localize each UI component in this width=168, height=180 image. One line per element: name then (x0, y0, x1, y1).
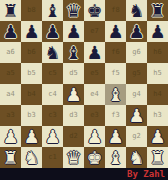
square-e4[interactable]: e4 (84, 84, 105, 105)
square-d8[interactable]: ♛ (63, 0, 84, 21)
square-c1[interactable]: c1 (42, 147, 63, 168)
piece-black-rook[interactable]: ♜ (2, 0, 18, 21)
square-a8[interactable]: ♜ (0, 0, 21, 21)
square-label-c5: c5 (48, 70, 56, 77)
piece-white-pawn[interactable]: ♟ (65, 84, 81, 105)
square-f8[interactable]: f8 (105, 0, 126, 21)
square-g6[interactable]: g6 (126, 42, 147, 63)
square-d4[interactable]: ♟ (63, 84, 84, 105)
piece-black-bishop[interactable]: ♝ (65, 42, 81, 63)
square-a3[interactable]: a3 (0, 105, 21, 126)
square-c3[interactable]: c3 (42, 105, 63, 126)
square-e8[interactable]: ♚ (84, 0, 105, 21)
square-label-a3: a3 (6, 112, 14, 119)
square-label-a5: a5 (6, 70, 14, 77)
square-f6[interactable]: f6 (105, 42, 126, 63)
square-b6[interactable]: b6 (21, 42, 42, 63)
square-d2[interactable]: d2 (63, 126, 84, 147)
square-g2[interactable]: g2 (126, 126, 147, 147)
square-label-b5: b5 (27, 70, 35, 77)
square-label-f5: f5 (111, 70, 119, 77)
square-h8[interactable]: ♜ (147, 0, 168, 21)
piece-white-rook[interactable]: ♜ (2, 147, 18, 168)
piece-white-pawn[interactable]: ♟ (23, 126, 39, 147)
square-label-c3: c3 (48, 112, 56, 119)
square-label-f3: f3 (111, 112, 119, 119)
piece-white-pawn[interactable]: ♟ (128, 105, 144, 126)
square-c6[interactable]: ♞ (42, 42, 63, 63)
piece-black-pawn[interactable]: ♟ (86, 42, 102, 63)
square-d6[interactable]: ♝ (63, 42, 84, 63)
square-d3[interactable]: d3 (63, 105, 84, 126)
square-b1[interactable]: ♞ (21, 147, 42, 168)
square-c8[interactable]: ♝ (42, 0, 63, 21)
square-h3[interactable]: h3 (147, 105, 168, 126)
piece-white-king[interactable]: ♚ (86, 147, 102, 168)
piece-black-pawn[interactable]: ♟ (2, 21, 18, 42)
square-label-e4: e4 (90, 91, 98, 98)
square-h6[interactable]: h6 (147, 42, 168, 63)
piece-black-pawn[interactable]: ♟ (107, 21, 123, 42)
piece-white-bishop[interactable]: ♝ (107, 147, 123, 168)
piece-white-pawn[interactable]: ♟ (107, 126, 123, 147)
square-b2[interactable]: ♟ (21, 126, 42, 147)
piece-black-knight[interactable]: ♞ (128, 0, 144, 21)
square-label-c4: c4 (48, 91, 56, 98)
square-e7[interactable]: e7 (84, 21, 105, 42)
square-g5[interactable]: g5 (126, 63, 147, 84)
square-label-f8: f8 (111, 7, 119, 14)
square-g7[interactable]: ♟ (126, 21, 147, 42)
square-d5[interactable]: d5 (63, 63, 84, 84)
square-label-h5: h5 (153, 70, 161, 77)
piece-white-queen[interactable]: ♛ (65, 147, 81, 168)
square-h5[interactable]: h5 (147, 63, 168, 84)
square-label-b3: b3 (27, 112, 35, 119)
square-h4[interactable]: h4 (147, 84, 168, 105)
piece-black-queen[interactable]: ♛ (65, 0, 81, 21)
square-c7[interactable]: ♟ (42, 21, 63, 42)
piece-white-pawn[interactable]: ♟ (149, 126, 165, 147)
square-f2[interactable]: ♟ (105, 126, 126, 147)
square-g3[interactable]: ♟ (126, 105, 147, 126)
square-label-g2: g2 (132, 133, 140, 140)
square-f3[interactable]: f3 (105, 105, 126, 126)
square-b5[interactable]: b5 (21, 63, 42, 84)
square-label-d5: d5 (69, 70, 77, 77)
square-label-c1: c1 (48, 154, 56, 161)
piece-white-pawn[interactable]: ♟ (2, 126, 18, 147)
square-a5[interactable]: a5 (0, 63, 21, 84)
square-label-h4: h4 (153, 91, 161, 98)
chess-app-screen: ♜b8♝♛♚f8♞♜♟♟♟♟e7♟♟♟a6b6♞♝♟f6g6h6a5b5c5d5… (0, 0, 168, 180)
square-h7[interactable]: ♟ (147, 21, 168, 42)
square-b7[interactable]: ♟ (21, 21, 42, 42)
square-label-g4: g4 (132, 91, 140, 98)
piece-black-pawn[interactable]: ♟ (149, 21, 165, 42)
square-e3[interactable]: e3 (84, 105, 105, 126)
square-label-b8: b8 (27, 7, 35, 14)
piece-black-rook[interactable]: ♜ (149, 0, 165, 21)
square-label-f6: f6 (111, 49, 119, 56)
piece-white-knight[interactable]: ♞ (23, 147, 39, 168)
square-h1[interactable]: ♜ (147, 147, 168, 168)
square-a6[interactable]: a6 (0, 42, 21, 63)
piece-black-knight[interactable]: ♞ (44, 42, 60, 63)
square-f1[interactable]: ♝ (105, 147, 126, 168)
piece-black-pawn[interactable]: ♟ (44, 21, 60, 42)
piece-white-pawn[interactable]: ♟ (44, 126, 60, 147)
piece-black-bishop[interactable]: ♝ (44, 0, 60, 21)
credit-text: By Zahl (127, 168, 165, 180)
square-label-g5: g5 (132, 70, 140, 77)
square-a7[interactable]: ♟ (0, 21, 21, 42)
square-b4[interactable]: b4 (21, 84, 42, 105)
square-e6[interactable]: ♟ (84, 42, 105, 63)
square-e5[interactable]: e5 (84, 63, 105, 84)
square-a2[interactable]: ♟ (0, 126, 21, 147)
square-label-h3: h3 (153, 112, 161, 119)
square-g8[interactable]: ♞ (126, 0, 147, 21)
square-label-e3: e3 (90, 112, 98, 119)
piece-white-knight[interactable]: ♞ (128, 147, 144, 168)
square-d7[interactable]: ♟ (63, 21, 84, 42)
square-a4[interactable]: a4 (0, 84, 21, 105)
square-label-b4: b4 (27, 91, 35, 98)
square-g1[interactable]: ♞ (126, 147, 147, 168)
square-label-e7: e7 (90, 28, 98, 35)
piece-white-bishop[interactable]: ♝ (107, 84, 123, 105)
square-label-h6: h6 (153, 49, 161, 56)
piece-white-rook[interactable]: ♜ (149, 147, 165, 168)
board: ♜b8♝♛♚f8♞♜♟♟♟♟e7♟♟♟a6b6♞♝♟f6g6h6a5b5c5d5… (0, 0, 168, 168)
piece-black-pawn[interactable]: ♟ (65, 21, 81, 42)
square-f4[interactable]: ♝ (105, 84, 126, 105)
square-g4[interactable]: g4 (126, 84, 147, 105)
square-f5[interactable]: f5 (105, 63, 126, 84)
square-label-b6: b6 (27, 49, 35, 56)
square-label-d3: d3 (69, 112, 77, 119)
square-label-d2: d2 (69, 133, 77, 140)
square-c5[interactable]: c5 (42, 63, 63, 84)
square-d1[interactable]: ♛ (63, 147, 84, 168)
piece-black-pawn[interactable]: ♟ (128, 21, 144, 42)
piece-black-king[interactable]: ♚ (86, 0, 102, 21)
square-b3[interactable]: b3 (21, 105, 42, 126)
square-a1[interactable]: ♜ (0, 147, 21, 168)
credit-bar: By Zahl (0, 168, 168, 180)
square-e1[interactable]: ♚ (84, 147, 105, 168)
square-c4[interactable]: c4 (42, 84, 63, 105)
piece-black-pawn[interactable]: ♟ (23, 21, 39, 42)
square-label-e5: e5 (90, 70, 98, 77)
square-label-g6: g6 (132, 49, 140, 56)
square-h2[interactable]: ♟ (147, 126, 168, 147)
square-f7[interactable]: ♟ (105, 21, 126, 42)
square-label-a4: a4 (6, 91, 14, 98)
piece-white-pawn[interactable]: ♟ (86, 126, 102, 147)
square-b8[interactable]: b8 (21, 0, 42, 21)
square-e2[interactable]: ♟ (84, 126, 105, 147)
square-c2[interactable]: ♟ (42, 126, 63, 147)
square-label-a6: a6 (6, 49, 14, 56)
